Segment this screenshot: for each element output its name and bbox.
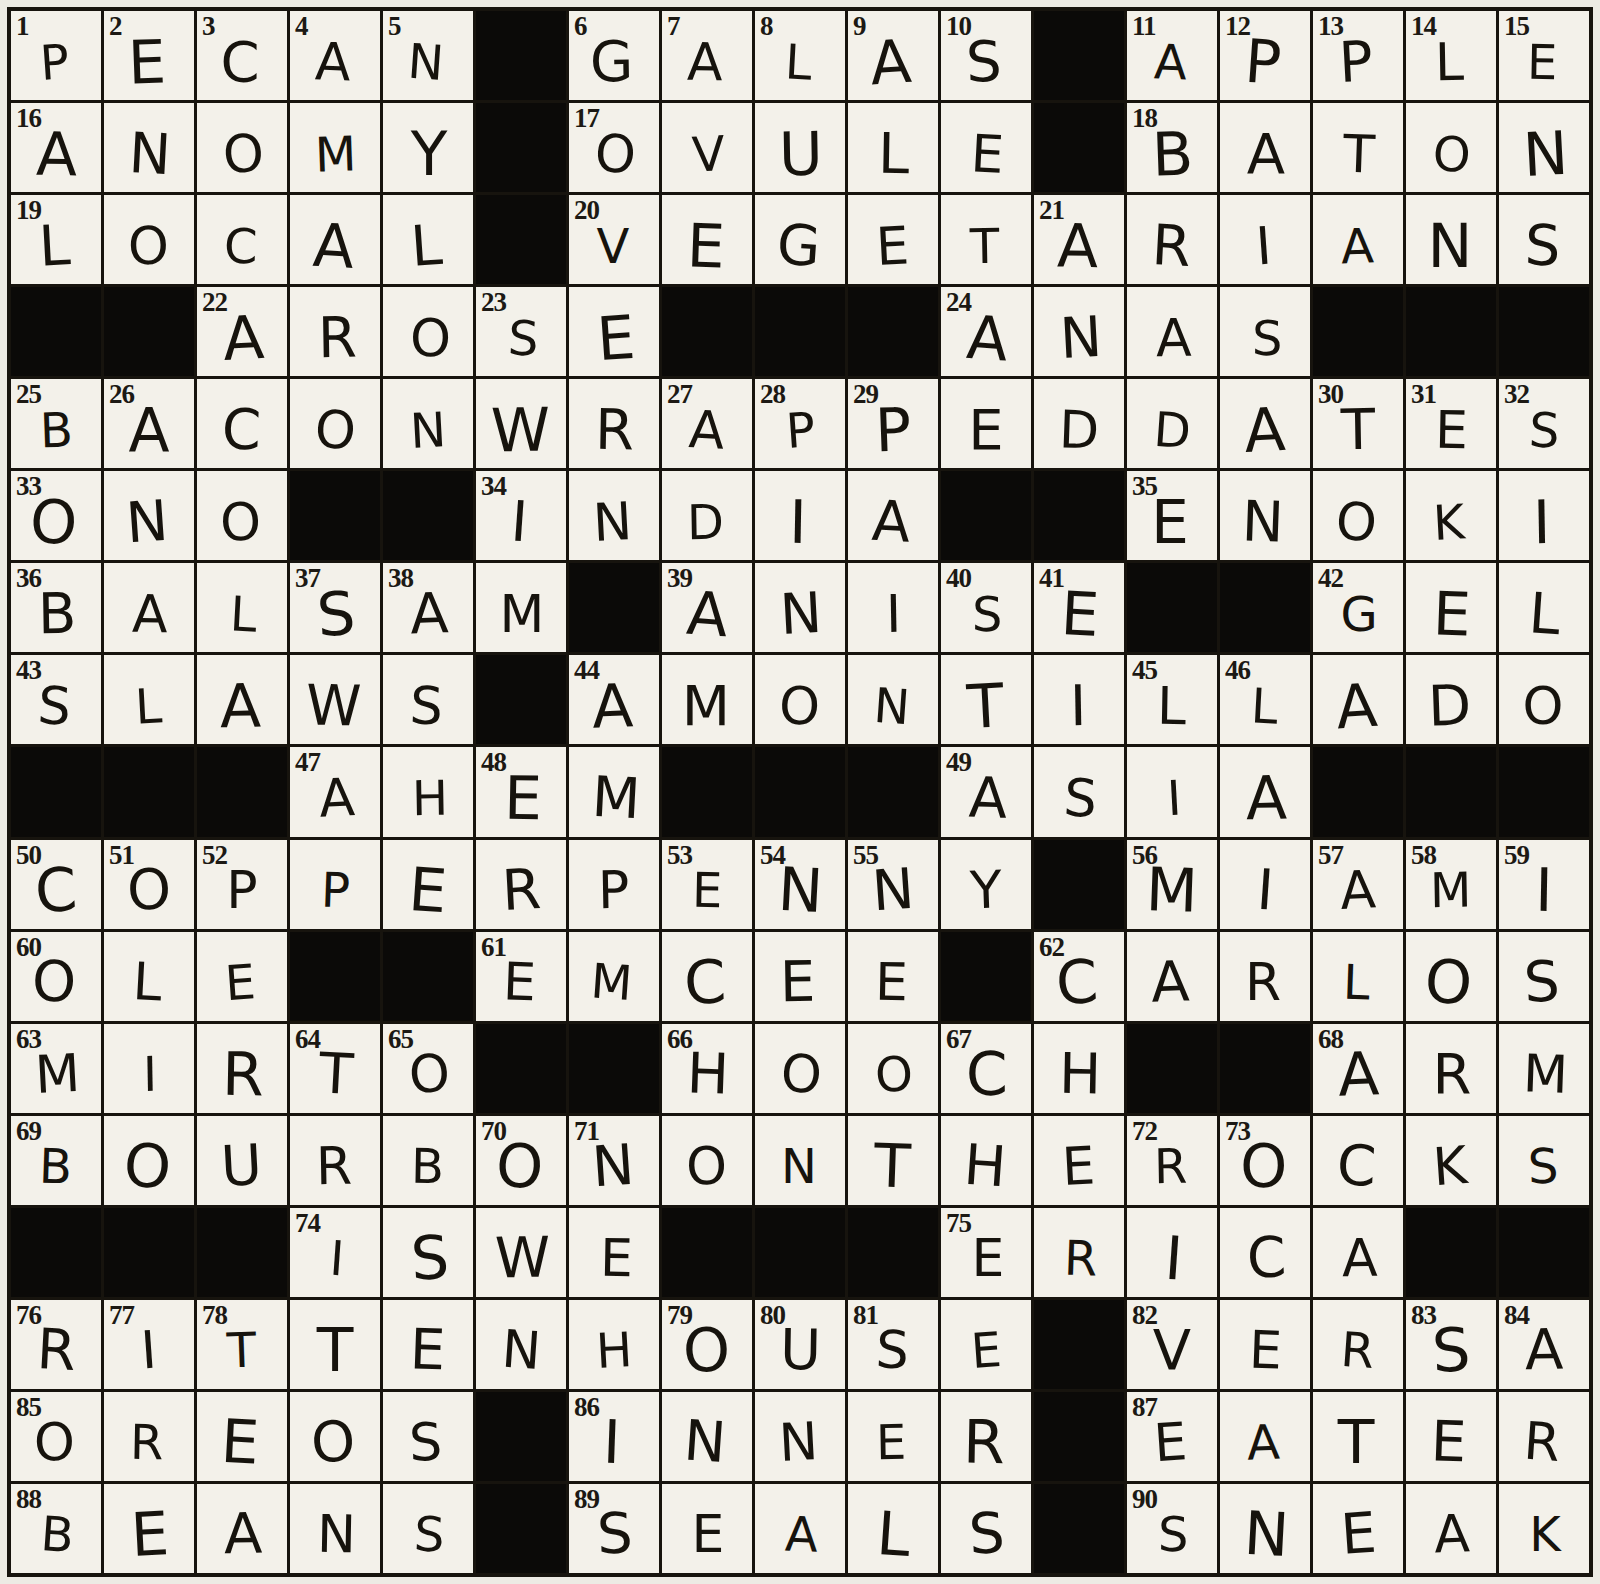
cell-letter: M (33, 1047, 81, 1101)
black-cell (848, 1208, 938, 1297)
grid-cell[interactable]: 63M (11, 1024, 101, 1113)
grid-cell[interactable]: 1P (11, 11, 101, 100)
grid-cell[interactable]: A (197, 655, 287, 744)
black-cell (476, 1024, 566, 1113)
cell-letter: Y (411, 124, 448, 184)
black-cell (755, 287, 845, 376)
cell-letter: A (1246, 768, 1288, 829)
grid-cell[interactable]: U (197, 1116, 287, 1205)
grid-cell[interactable]: O (1313, 471, 1403, 560)
grid-cell[interactable]: A (197, 1484, 287, 1573)
cell-letter: I (1069, 678, 1086, 734)
grid-cell[interactable]: 23S (476, 287, 566, 376)
grid-cell[interactable]: E (569, 1208, 659, 1297)
grid-cell[interactable]: V (662, 103, 752, 192)
grid-cell[interactable]: E (383, 840, 473, 929)
grid-cell[interactable]: 50C (11, 840, 101, 929)
grid-cell[interactable]: N (755, 1116, 845, 1205)
grid-cell[interactable]: 54N (755, 840, 845, 929)
grid-cell[interactable]: C (197, 379, 287, 468)
cell-letter: I (140, 1324, 159, 1377)
grid-cell[interactable]: A (1220, 1392, 1310, 1481)
cell-number: 48 (481, 747, 506, 778)
grid-cell[interactable]: S (1499, 932, 1589, 1021)
cell-letter: S (1430, 1319, 1471, 1381)
grid-cell[interactable]: E (1406, 563, 1496, 652)
grid-cell[interactable]: M (569, 932, 659, 1021)
grid-cell[interactable]: 43S (11, 655, 101, 744)
grid-cell[interactable]: R (1313, 1300, 1403, 1389)
cell-letter: E (127, 31, 167, 92)
cell-letter: U (779, 1322, 821, 1379)
grid-cell[interactable]: N (755, 1392, 845, 1481)
grid-cell[interactable]: 53E (662, 840, 752, 929)
grid-cell[interactable]: 19L (11, 195, 101, 284)
grid-cell[interactable]: I (104, 1024, 194, 1113)
cell-letter: T (965, 675, 1005, 737)
grid-cell[interactable]: 10S (941, 11, 1031, 100)
grid-cell[interactable]: P (290, 840, 380, 929)
grid-cell[interactable]: E (662, 1484, 752, 1573)
grid-cell[interactable]: A (104, 563, 194, 652)
grid-cell[interactable]: L (848, 103, 938, 192)
cell-letter: L (1156, 680, 1186, 732)
grid-cell[interactable]: 62C (1034, 932, 1124, 1021)
grid-cell[interactable]: 66H (662, 1024, 752, 1113)
grid-cell[interactable]: 80U (755, 1300, 845, 1389)
grid-cell[interactable]: 61E (476, 932, 566, 1021)
grid-cell[interactable]: L (104, 932, 194, 1021)
cell-letter: A (968, 769, 1008, 826)
grid-cell[interactable]: 81S (848, 1300, 938, 1389)
grid-cell[interactable]: E (1406, 1392, 1496, 1481)
grid-cell[interactable]: 13P (1313, 11, 1403, 100)
grid-cell[interactable]: W (476, 379, 566, 468)
grid-cell[interactable]: R (1034, 1208, 1124, 1297)
grid-cell[interactable]: N (848, 655, 938, 744)
grid-cell[interactable]: N (1220, 471, 1310, 560)
grid-cell[interactable]: T (941, 655, 1031, 744)
grid-cell[interactable]: R (1220, 932, 1310, 1021)
grid-cell[interactable]: I (1034, 655, 1124, 744)
cell-letter: P (784, 405, 816, 455)
grid-cell[interactable]: O (197, 103, 287, 192)
grid-cell[interactable]: A (755, 1484, 845, 1573)
grid-cell[interactable]: R (290, 1116, 380, 1205)
grid-cell[interactable]: 29P (848, 379, 938, 468)
grid-cell[interactable]: 35E (1127, 471, 1217, 560)
grid-cell[interactable]: 90S (1127, 1484, 1217, 1573)
black-cell (197, 747, 287, 836)
grid-cell[interactable]: 84A (1499, 1300, 1589, 1389)
cell-letter: A (1337, 1043, 1380, 1104)
grid-cell[interactable]: E (1034, 1116, 1124, 1205)
cell-letter: E (129, 1503, 170, 1565)
grid-cell[interactable]: S (383, 1392, 473, 1481)
grid-cell[interactable]: R (941, 1392, 1031, 1481)
cell-letter: O (31, 954, 76, 1011)
grid-cell[interactable]: S (1034, 747, 1124, 836)
grid-cell[interactable]: 5N (383, 11, 473, 100)
grid-cell[interactable]: N (1406, 195, 1496, 284)
grid-cell[interactable]: 68A (1313, 1024, 1403, 1113)
grid-cell[interactable]: S (1220, 287, 1310, 376)
grid-cell[interactable]: D (662, 471, 752, 560)
grid-cell[interactable]: M (476, 563, 566, 652)
grid-cell[interactable]: T (1313, 1392, 1403, 1481)
grid-cell[interactable]: 17O (569, 103, 659, 192)
grid-cell[interactable]: T (1313, 103, 1403, 192)
grid-cell[interactable]: S (383, 1484, 473, 1573)
grid-cell[interactable]: P (569, 840, 659, 929)
grid-cell[interactable]: L (104, 655, 194, 744)
grid-cell[interactable]: S (941, 1484, 1031, 1573)
grid-cell[interactable]: R (197, 1024, 287, 1113)
grid-cell[interactable]: 38A (383, 563, 473, 652)
grid-cell[interactable]: 46L (1220, 655, 1310, 744)
grid-cell[interactable]: 58M (1406, 840, 1496, 929)
grid-cell[interactable]: A (290, 195, 380, 284)
grid-cell[interactable]: N (1034, 287, 1124, 376)
grid-cell[interactable]: N (290, 1484, 380, 1573)
cell-letter: S (507, 313, 540, 363)
grid-cell[interactable]: R (104, 1392, 194, 1481)
grid-cell[interactable]: A (1313, 195, 1403, 284)
grid-cell[interactable]: 25B (11, 379, 101, 468)
grid-cell[interactable]: 59I (1499, 840, 1589, 929)
grid-cell[interactable]: N (1220, 1484, 1310, 1573)
grid-cell[interactable]: 16A (11, 103, 101, 192)
grid-cell[interactable]: 31E (1406, 379, 1496, 468)
cell-number: 7 (667, 11, 680, 42)
grid-cell[interactable]: L (1499, 563, 1589, 652)
grid-cell[interactable]: 55N (848, 840, 938, 929)
grid-cell[interactable]: O (1406, 103, 1496, 192)
cell-letter: P (38, 37, 70, 87)
grid-cell[interactable]: 79O (662, 1300, 752, 1389)
cell-letter: E (1248, 1324, 1283, 1377)
cell-letter: E (1059, 583, 1100, 645)
grid-cell[interactable]: H (383, 747, 473, 836)
grid-cell[interactable]: O (383, 287, 473, 376)
grid-cell[interactable]: T (941, 195, 1031, 284)
grid-cell[interactable]: 14L (1406, 11, 1496, 100)
grid-cell[interactable]: 49A (941, 747, 1031, 836)
grid-cell[interactable]: 34I (476, 471, 566, 560)
cell-letter: C (220, 34, 259, 90)
grid-cell[interactable]: 12P (1220, 11, 1310, 100)
grid-cell[interactable]: K (1406, 1116, 1496, 1205)
grid-cell[interactable]: A (1127, 932, 1217, 1021)
cell-number: 64 (295, 1024, 320, 1055)
cell-letter: E (409, 1322, 446, 1379)
grid-cell[interactable]: O (197, 471, 287, 560)
cell-letter: I (789, 492, 808, 552)
grid-cell[interactable]: 48E (476, 747, 566, 836)
grid-cell[interactable]: 30T (1313, 379, 1403, 468)
cell-number: 31 (1411, 379, 1436, 410)
grid-cell[interactable]: L (848, 1484, 938, 1573)
grid-cell[interactable]: 4A (290, 11, 380, 100)
grid-cell[interactable]: E (569, 287, 659, 376)
grid-cell[interactable]: C (197, 195, 287, 284)
grid-cell[interactable]: 41E (1034, 563, 1124, 652)
grid-cell[interactable]: S (1499, 1116, 1589, 1205)
grid-cell[interactable]: N (755, 563, 845, 652)
grid-cell[interactable]: 75E (941, 1208, 1031, 1297)
grid-cell[interactable]: 18B (1127, 103, 1217, 192)
grid-cell[interactable]: 28P (755, 379, 845, 468)
grid-cell[interactable]: M (569, 747, 659, 836)
grid-cell[interactable]: H (941, 1116, 1031, 1205)
cell-letter: W (306, 677, 362, 734)
cell-letter: A (870, 493, 911, 551)
black-cell (104, 287, 194, 376)
black-cell (11, 747, 101, 836)
grid-cell[interactable]: N (662, 1392, 752, 1481)
grid-cell[interactable]: E (1313, 1484, 1403, 1573)
grid-cell[interactable]: 87E (1127, 1392, 1217, 1481)
grid-cell[interactable]: N (569, 471, 659, 560)
grid-cell[interactable]: L (383, 195, 473, 284)
grid-cell[interactable]: R (1499, 1392, 1589, 1481)
cell-letter: E (691, 866, 722, 915)
grid-cell[interactable]: 6G (569, 11, 659, 100)
grid-cell[interactable]: 32S (1499, 379, 1589, 468)
grid-cell[interactable]: E (848, 195, 938, 284)
grid-cell[interactable]: 65O (383, 1024, 473, 1113)
grid-cell[interactable]: H (569, 1300, 659, 1389)
grid-cell[interactable]: 83S (1406, 1300, 1496, 1389)
grid-cell[interactable]: R (290, 287, 380, 376)
cell-letter: B (37, 586, 76, 643)
grid-cell[interactable]: E (197, 932, 287, 1021)
grid-cell[interactable]: 74I (290, 1208, 380, 1297)
grid-cell[interactable]: I (755, 471, 845, 560)
grid-cell[interactable]: 85O (11, 1392, 101, 1481)
grid-cell[interactable]: 70O (476, 1116, 566, 1205)
grid-cell[interactable]: 88B (11, 1484, 101, 1573)
grid-cell[interactable]: W (290, 655, 380, 744)
grid-cell[interactable]: 33O (11, 471, 101, 560)
grid-cell[interactable]: K (1406, 471, 1496, 560)
grid-cell[interactable]: O (290, 379, 380, 468)
grid-cell[interactable]: I (1220, 195, 1310, 284)
grid-cell[interactable]: R (569, 379, 659, 468)
cell-letter: O (313, 402, 357, 457)
grid-cell[interactable]: 24A (941, 287, 1031, 376)
grid-cell[interactable]: 77I (104, 1300, 194, 1389)
grid-cell[interactable]: D (1406, 655, 1496, 744)
grid-cell[interactable]: I (848, 563, 938, 652)
black-cell (1220, 563, 1310, 652)
grid-cell[interactable]: 67C (941, 1024, 1031, 1113)
grid-cell[interactable]: G (755, 195, 845, 284)
grid-cell[interactable]: A (1313, 655, 1403, 744)
grid-cell[interactable]: 73O (1220, 1116, 1310, 1205)
grid-cell[interactable]: N (104, 471, 194, 560)
grid-cell[interactable]: 20V (569, 195, 659, 284)
grid-cell[interactable]: O (755, 655, 845, 744)
grid-cell[interactable]: A (1220, 379, 1310, 468)
grid-cell[interactable]: E (941, 379, 1031, 468)
grid-cell[interactable]: M (1499, 1024, 1589, 1113)
grid-cell[interactable]: E (848, 932, 938, 1021)
cell-letter: L (783, 37, 812, 86)
grid-cell[interactable]: 22A (197, 287, 287, 376)
cell-letter: H (412, 774, 449, 823)
grid-cell[interactable]: 26A (104, 379, 194, 468)
cell-letter: R (500, 861, 542, 919)
cell-number: 2 (109, 11, 122, 42)
grid-cell[interactable]: 2E (104, 11, 194, 100)
cell-letter: S (409, 1416, 444, 1469)
grid-cell[interactable]: 47A (290, 747, 380, 836)
grid-cell[interactable]: R (476, 840, 566, 929)
grid-cell[interactable]: A (1220, 103, 1310, 192)
grid-cell[interactable]: L (1313, 932, 1403, 1021)
grid-cell[interactable]: O (1499, 655, 1589, 744)
grid-cell[interactable]: O (104, 1116, 194, 1205)
grid-cell[interactable]: O (755, 1024, 845, 1113)
grid-cell[interactable]: E (941, 1300, 1031, 1389)
grid-cell[interactable]: E (848, 1392, 938, 1481)
grid-cell[interactable]: I (1127, 1208, 1217, 1297)
grid-cell[interactable]: D (1034, 379, 1124, 468)
grid-cell[interactable]: 37S (290, 563, 380, 652)
grid-cell[interactable]: 72R (1127, 1116, 1217, 1205)
cell-letter: O (407, 1047, 451, 1102)
grid-cell[interactable]: 56M (1127, 840, 1217, 929)
grid-cell[interactable]: N (104, 103, 194, 192)
grid-cell[interactable]: C (1313, 1116, 1403, 1205)
grid-cell[interactable]: W (476, 1208, 566, 1297)
grid-cell[interactable]: 36B (11, 563, 101, 652)
grid-cell[interactable]: 52P (197, 840, 287, 929)
grid-cell[interactable]: 9A (848, 11, 938, 100)
cell-letter: A (312, 215, 356, 277)
grid-cell[interactable]: L (197, 563, 287, 652)
grid-cell[interactable]: S (383, 1208, 473, 1297)
cell-letter: D (1152, 405, 1192, 455)
grid-cell[interactable]: 51O (104, 840, 194, 929)
grid-cell[interactable]: M (290, 103, 380, 192)
grid-cell[interactable]: 64T (290, 1024, 380, 1113)
grid-cell[interactable]: 27A (662, 379, 752, 468)
cell-number: 6 (574, 11, 587, 42)
grid-cell[interactable]: 42G (1313, 563, 1403, 652)
grid-cell[interactable]: C (1220, 1208, 1310, 1297)
grid-cell[interactable]: O (290, 1392, 380, 1481)
cell-number: 74 (295, 1208, 320, 1239)
grid-cell[interactable]: O (662, 1116, 752, 1205)
grid-cell[interactable]: N (1499, 103, 1589, 192)
grid-cell[interactable]: K (1499, 1484, 1589, 1573)
grid-cell[interactable]: 11A (1127, 11, 1217, 100)
grid-cell[interactable]: 60O (11, 932, 101, 1021)
cell-letter: I (143, 1050, 158, 1098)
grid-cell[interactable]: E (1220, 1300, 1310, 1389)
cell-letter: O (778, 679, 821, 732)
grid-cell[interactable]: S (383, 655, 473, 744)
grid-cell[interactable]: B (383, 1116, 473, 1205)
grid-cell[interactable]: A (1406, 1484, 1496, 1573)
grid-cell[interactable]: 45L (1127, 655, 1217, 744)
grid-cell[interactable]: 39A (662, 563, 752, 652)
grid-cell[interactable]: 89S (569, 1484, 659, 1573)
cell-letter: A (222, 307, 266, 369)
cell-letter: O (127, 219, 169, 272)
grid-cell[interactable]: O (848, 1024, 938, 1113)
grid-cell[interactable]: U (755, 103, 845, 192)
grid-cell[interactable]: R (1127, 195, 1217, 284)
cell-letter: N (406, 36, 445, 86)
grid-cell[interactable]: 57A (1313, 840, 1403, 929)
grid-cell[interactable]: O (1406, 932, 1496, 1021)
cell-letter: A (1243, 399, 1287, 461)
grid-cell[interactable]: I (1220, 840, 1310, 929)
grid-cell[interactable]: 78T (197, 1300, 287, 1389)
grid-cell[interactable]: E (197, 1392, 287, 1481)
grid-cell[interactable]: 40S (941, 563, 1031, 652)
grid-cell[interactable]: A (1313, 1208, 1403, 1297)
cell-letter: E (780, 954, 816, 1011)
grid-cell[interactable]: M (662, 655, 752, 744)
cell-letter: E (969, 127, 1005, 181)
grid-cell[interactable]: N (476, 1300, 566, 1389)
grid-cell[interactable]: 7A (662, 11, 752, 100)
cell-letter: N (590, 1137, 636, 1196)
grid-cell[interactable]: 69B (11, 1116, 101, 1205)
grid-cell[interactable]: E (755, 932, 845, 1021)
grid-cell[interactable]: I (1499, 471, 1589, 560)
grid-cell[interactable]: O (104, 195, 194, 284)
grid-cell[interactable]: Y (941, 840, 1031, 929)
grid-cell[interactable]: 8L (755, 11, 845, 100)
grid-cell[interactable]: A (848, 471, 938, 560)
grid-cell[interactable]: E (104, 1484, 194, 1573)
cell-letter: A (591, 675, 634, 736)
grid-cell[interactable]: 76R (11, 1300, 101, 1389)
grid-cell[interactable]: C (662, 932, 752, 1021)
grid-cell[interactable]: 21A (1034, 195, 1124, 284)
grid-cell[interactable]: H (1034, 1024, 1124, 1113)
grid-cell[interactable]: T (848, 1116, 938, 1205)
grid-cell[interactable]: A (1220, 747, 1310, 836)
cell-letter: S (971, 590, 1002, 639)
grid-cell[interactable]: A (1127, 287, 1217, 376)
grid-cell[interactable]: D (1127, 379, 1217, 468)
cell-letter: A (784, 1510, 818, 1559)
grid-cell[interactable]: I (1127, 747, 1217, 836)
grid-cell[interactable]: S (1499, 195, 1589, 284)
grid-cell[interactable]: 3C (197, 11, 287, 100)
grid-cell[interactable]: E (383, 1300, 473, 1389)
grid-cell[interactable]: 15E (1499, 11, 1589, 100)
grid-cell[interactable]: 86I (569, 1392, 659, 1481)
grid-cell[interactable]: N (383, 379, 473, 468)
grid-cell[interactable]: R (1406, 1024, 1496, 1113)
cell-letter: R (1063, 1234, 1098, 1283)
grid-cell[interactable]: Y (383, 103, 473, 192)
grid-cell[interactable]: 71N (569, 1116, 659, 1205)
grid-cell[interactable]: E (662, 195, 752, 284)
grid-cell[interactable]: 82V (1127, 1300, 1217, 1389)
grid-cell[interactable]: E (941, 103, 1031, 192)
grid-cell[interactable]: T (290, 1300, 380, 1389)
grid-cell[interactable]: 44A (569, 655, 659, 744)
cell-letter: M (500, 588, 545, 640)
